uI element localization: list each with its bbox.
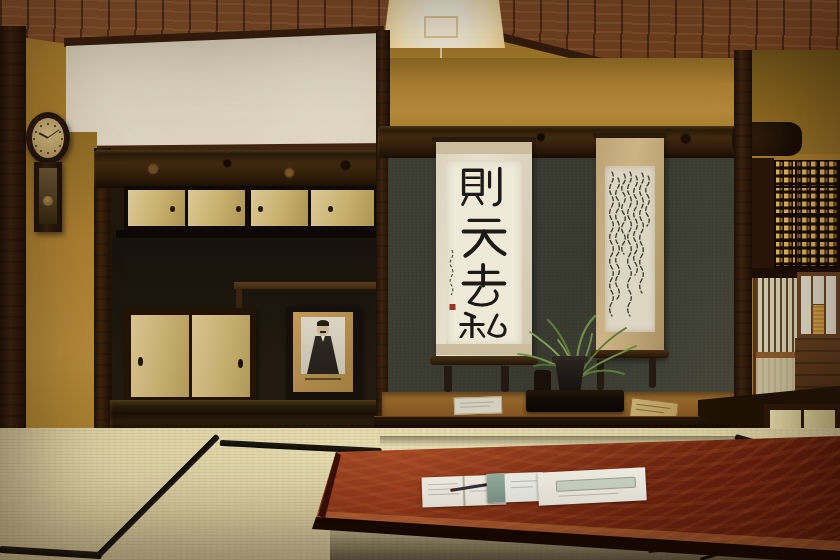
portrait-photo <box>286 306 360 404</box>
clock-pendulum-bob <box>43 196 53 206</box>
placard-white <box>454 396 503 415</box>
ranma-lattice <box>774 160 840 268</box>
cabinet-door-right <box>192 315 250 397</box>
panel-pull <box>328 206 333 212</box>
right-corner-post <box>734 50 752 434</box>
portrait-mustache <box>320 331 326 333</box>
clock-face <box>32 118 64 158</box>
ceiling-light-center-panel <box>424 16 458 38</box>
cursive-calligraphy-columns <box>607 168 653 330</box>
calligraphy-sokuten-kyoshi <box>458 166 510 338</box>
booklet-green-spine <box>487 473 506 503</box>
upper-sliding-panel-4 <box>311 190 374 226</box>
door-pull <box>138 357 143 366</box>
panel-pull <box>236 206 241 212</box>
document-sheet <box>537 467 647 506</box>
cupboard-left-post <box>94 148 111 432</box>
upper-sliding-panel-3 <box>251 190 308 226</box>
tokonoma-lintel-log <box>378 126 740 158</box>
door-pull <box>238 359 243 368</box>
portrait-mat <box>293 312 353 392</box>
clock-numeral-dots <box>47 123 49 125</box>
window-pane <box>801 276 811 334</box>
scroll-top-band <box>436 142 532 154</box>
scroll-paper <box>605 166 655 332</box>
plant-pot <box>555 360 585 392</box>
red-seal <box>450 304 456 310</box>
portrait-image <box>301 317 345 374</box>
shoji-screen <box>753 278 801 396</box>
panel-pull <box>170 206 175 212</box>
rustic-log-beam <box>94 150 390 188</box>
window <box>797 272 840 338</box>
cabinet-door-left <box>131 315 189 397</box>
document-green-strip <box>556 477 636 492</box>
small-dark-ornament <box>534 370 551 392</box>
portrait-hair <box>317 320 329 326</box>
lower-cabinet <box>124 308 256 402</box>
notebook-gutter <box>462 476 465 506</box>
wood-panel-below-window <box>795 338 840 400</box>
window-amber-screen <box>813 305 824 334</box>
signature-and-seal <box>448 248 457 314</box>
ranma-side-panel <box>752 158 774 270</box>
cupboard-shelf-board <box>116 230 380 238</box>
scroll-weight-fuchin <box>444 366 452 392</box>
portrait-caption-script <box>305 378 341 380</box>
shoji-lower-panel <box>756 358 798 396</box>
window-pane <box>826 276 836 334</box>
left-wall-pillar <box>0 26 26 450</box>
ochre-wall-above-tokonoma <box>386 58 738 134</box>
photo-japanese-room: 則天去私 <box>0 0 840 560</box>
clock-minute-hand <box>47 129 59 138</box>
wall-clock <box>26 110 72 234</box>
green-spined-booklet <box>487 472 544 503</box>
scroll-hanging-rod <box>593 133 667 138</box>
window-pane <box>813 276 824 304</box>
staggered-shelf <box>234 282 376 289</box>
panel-pull <box>258 206 263 212</box>
upper-sliding-panel-2 <box>188 190 245 226</box>
upper-sliding-panel-1 <box>128 190 185 226</box>
upper-cupboard <box>124 186 378 232</box>
carved-plant-stand <box>526 390 624 412</box>
clock-pendulum-case <box>34 162 62 232</box>
